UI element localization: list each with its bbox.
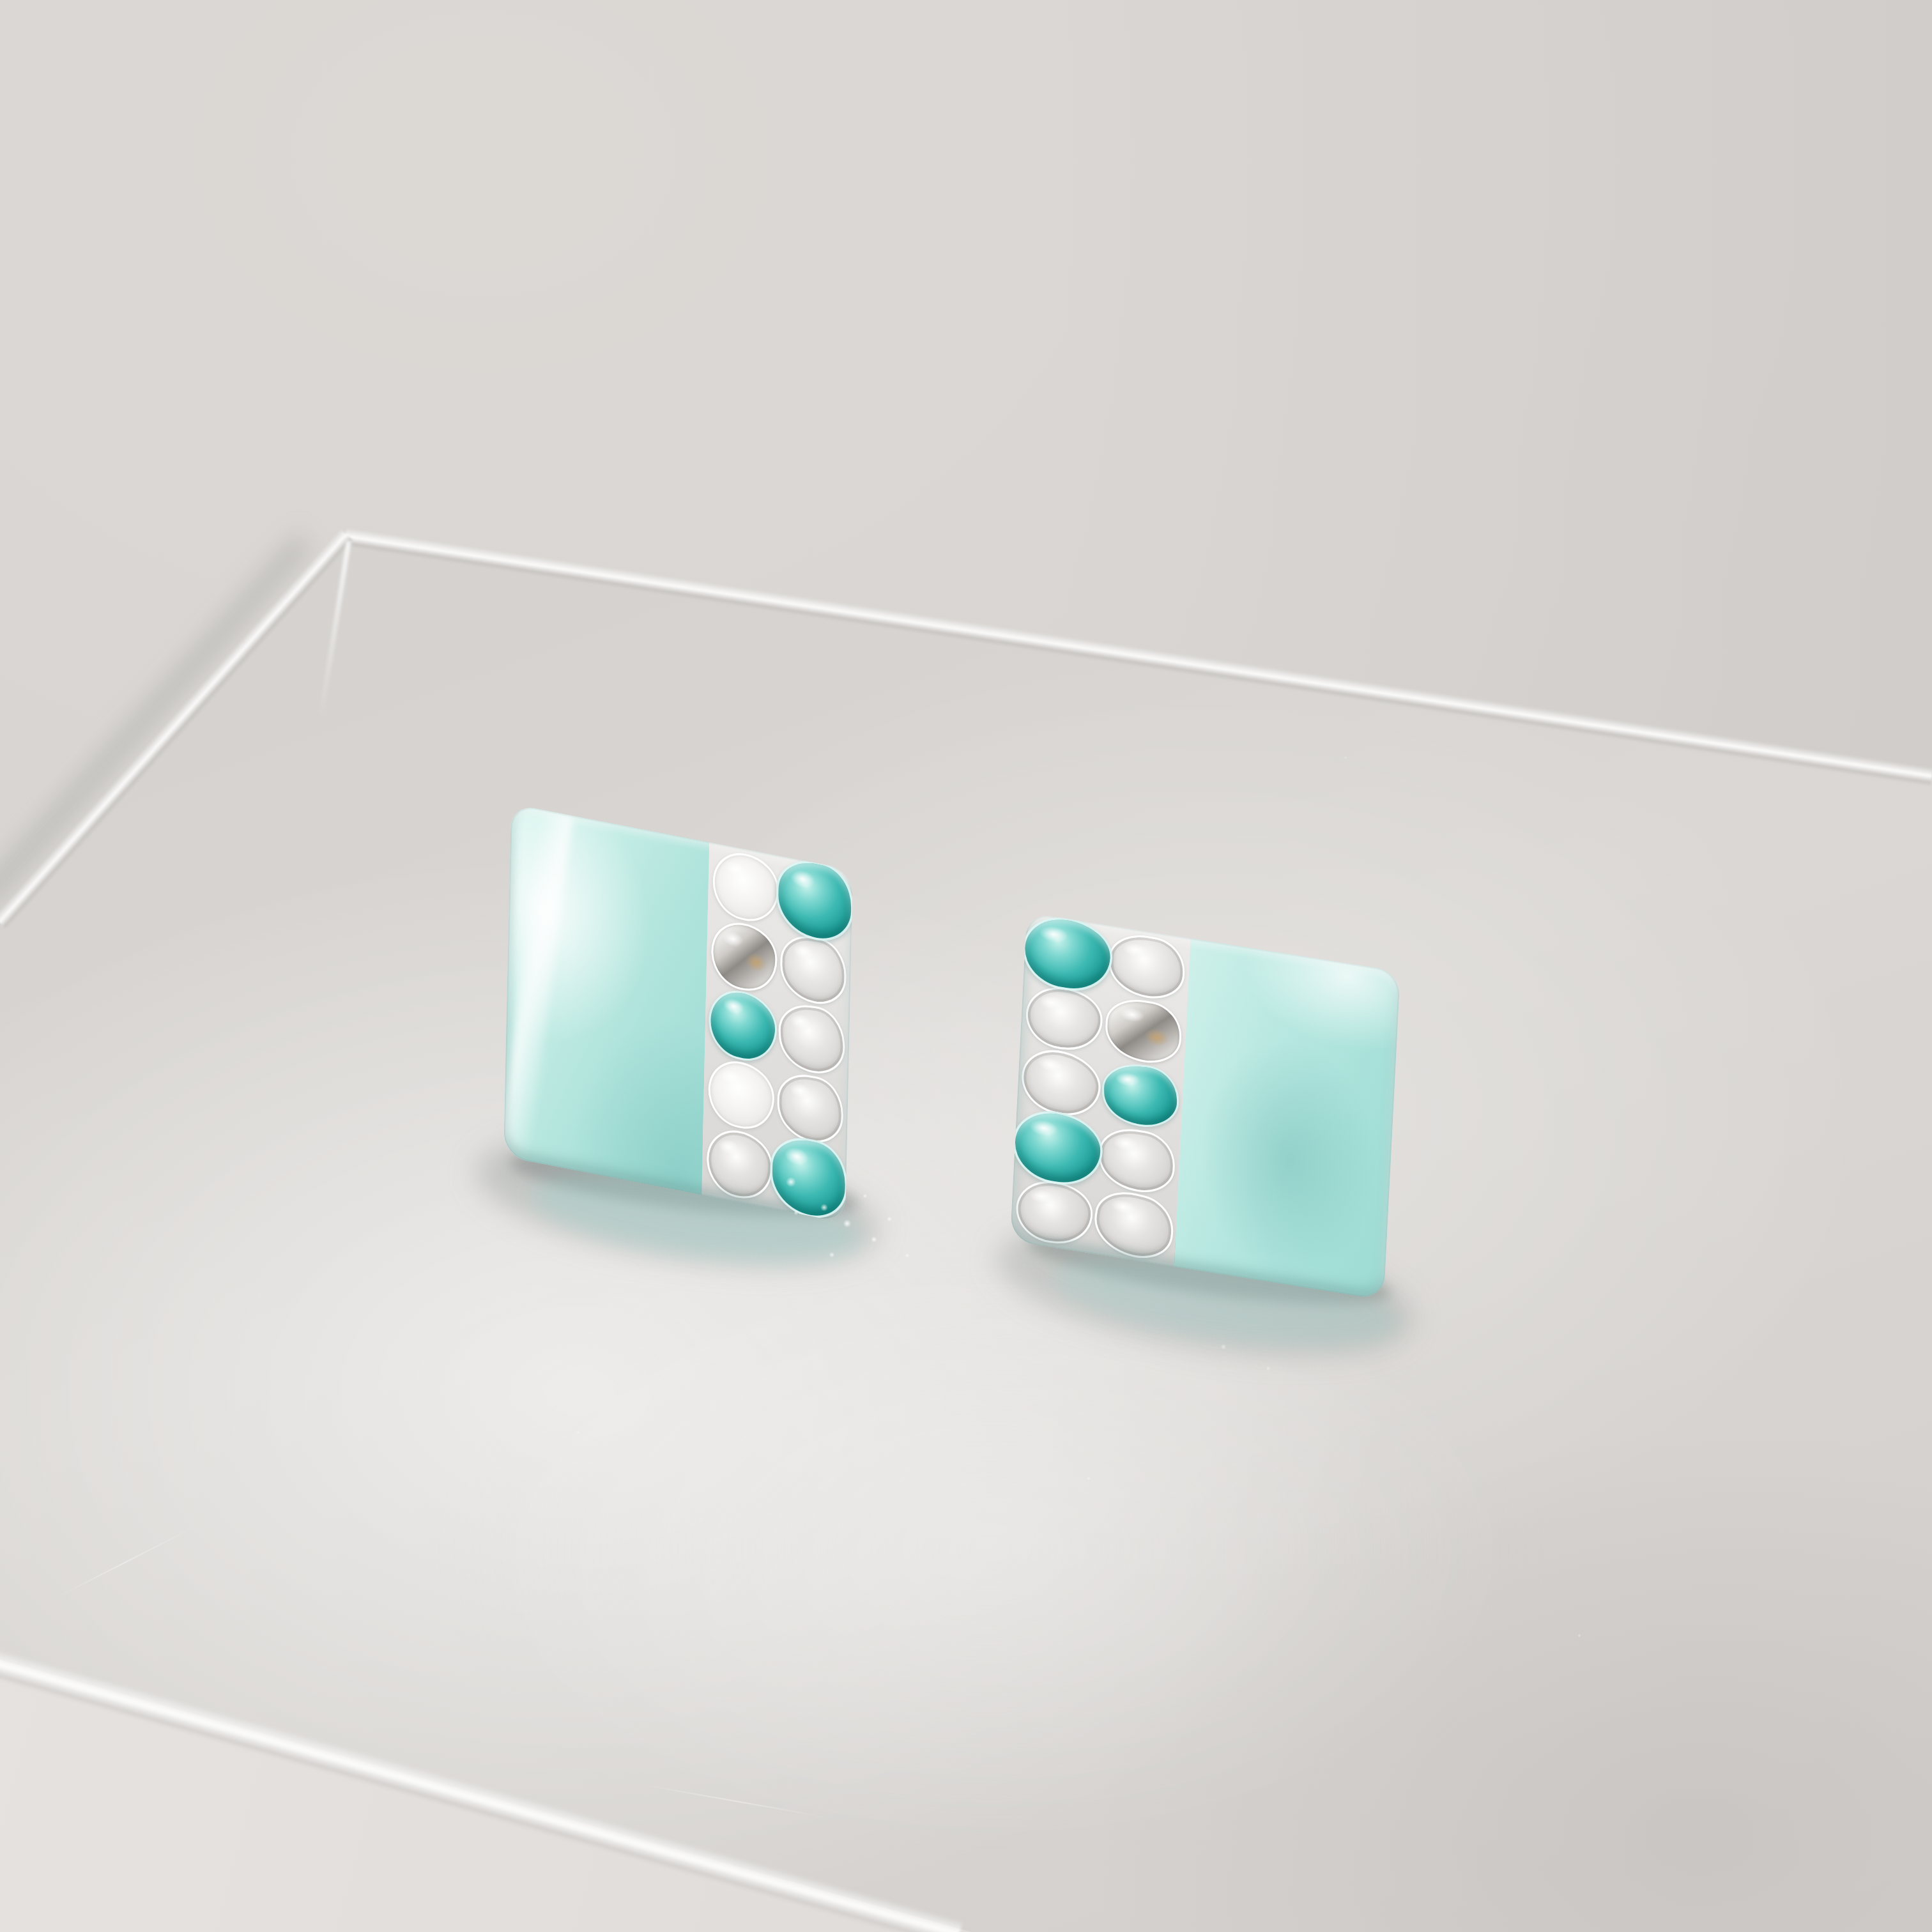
- pebble-specular-highlight: [790, 1013, 811, 1031]
- glass-pebble-clear: [777, 1069, 844, 1148]
- glass-pebble-silver: [710, 919, 779, 993]
- pebble-specular-highlight: [1029, 1117, 1059, 1138]
- left-earring-aqua-glass-panel: [503, 804, 709, 1195]
- pebble-specular-highlight: [785, 1146, 809, 1168]
- right-earring-aqua-glass-panel: [1174, 939, 1400, 1300]
- pebble-specular-highlight: [1039, 924, 1068, 944]
- pebble-specular-highlight: [722, 996, 745, 1017]
- pebble-specular-highlight: [1029, 1188, 1054, 1204]
- pebble-specular-highlight: [792, 942, 814, 962]
- pebble-specular-highlight: [1115, 1071, 1140, 1087]
- glass-pebble-clear: [1018, 1043, 1104, 1124]
- glass-pebble-teal-big: [769, 1132, 848, 1223]
- right-glass-stud-earring: [1010, 912, 1400, 1300]
- pebble-specular-highlight: [1123, 941, 1148, 959]
- glass-pebble-white: [712, 848, 779, 927]
- glass-pebble-clear: [705, 1127, 774, 1202]
- pebble-specular-highlight: [722, 930, 744, 947]
- pebble-specular-highlight: [790, 1081, 811, 1100]
- glass-pebble-white: [708, 1055, 775, 1135]
- glass-pebble-silver: [1104, 995, 1183, 1068]
- glass-pebble-clear: [1098, 1124, 1177, 1197]
- pebble-specular-highlight: [1110, 1197, 1137, 1217]
- pebble-specular-highlight: [721, 1068, 742, 1087]
- pebble-specular-highlight: [1039, 995, 1064, 1011]
- glass-pebble-clear: [1016, 1178, 1093, 1246]
- pebble-specular-highlight: [1119, 1006, 1145, 1023]
- photo-canvas: [0, 0, 1932, 1932]
- pebble-specular-highlight: [1113, 1135, 1138, 1153]
- glass-pebble-clear: [1025, 985, 1103, 1053]
- glass-pebble-teal-big: [1021, 912, 1114, 997]
- pebble-specular-highlight: [790, 868, 815, 891]
- pebble-specular-highlight: [725, 859, 747, 878]
- left-glass-stud-earring: [503, 804, 853, 1223]
- glass-pebble-teal: [705, 983, 780, 1069]
- glass-pebble-teal-big: [1011, 1105, 1104, 1191]
- glass-pebble-clear: [778, 1002, 847, 1077]
- pebble-specular-highlight: [717, 1138, 739, 1156]
- pebble-specular-highlight: [1037, 1055, 1064, 1075]
- glass-pebble-clear: [1107, 930, 1186, 1004]
- left-earring-pebble-strip: [701, 842, 853, 1223]
- glass-pebble-clear: [1091, 1184, 1177, 1266]
- right-earring-pebble-strip: [1010, 912, 1191, 1267]
- glass-pebble-teal: [1101, 1062, 1179, 1130]
- glass-pebble-clear: [779, 930, 847, 1009]
